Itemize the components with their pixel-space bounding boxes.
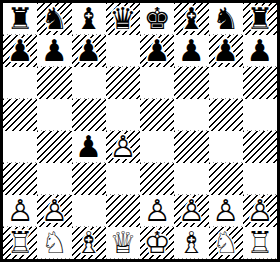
piece-body: ♟ (243, 35, 277, 67)
square-b1[interactable]: ♞♘ (37, 227, 71, 259)
black-bishop[interactable]: ♝ (72, 3, 106, 35)
square-c7[interactable]: ♟ (72, 35, 106, 67)
piece-body: ♟ (140, 35, 174, 67)
black-pawn[interactable]: ♟ (140, 35, 174, 67)
piece-outline: ♘ (37, 227, 71, 259)
square-a6[interactable] (3, 67, 37, 99)
piece-outline: ♔ (140, 227, 174, 259)
square-d2[interactable] (106, 195, 140, 227)
white-pawn[interactable]: ♟♙ (243, 195, 277, 227)
square-b8[interactable]: ♞ (37, 3, 71, 35)
square-e7[interactable]: ♟ (140, 35, 174, 67)
black-rook[interactable]: ♜ (3, 3, 37, 35)
piece-outline: ♙ (3, 195, 37, 227)
square-f1[interactable]: ♝♗ (174, 227, 208, 259)
piece-outline: ♙ (37, 195, 71, 227)
black-pawn[interactable]: ♟ (174, 35, 208, 67)
square-c2[interactable] (72, 195, 106, 227)
white-pawn[interactable]: ♟♙ (3, 195, 37, 227)
square-h3[interactable] (243, 163, 277, 195)
square-b3[interactable] (37, 163, 71, 195)
square-e5[interactable] (140, 99, 174, 131)
black-pawn[interactable]: ♟ (3, 35, 37, 67)
square-g7[interactable]: ♟ (209, 35, 243, 67)
chess-diagram: ♜♞♝♛♚♝♞♜♟♟♟♟♟♟♟♟♟♙♟♙♟♙♟♙♟♙♟♙♟♙♜♖♞♘♝♗♛♕♚♔… (0, 0, 280, 262)
square-c6[interactable] (72, 67, 106, 99)
square-f7[interactable]: ♟ (174, 35, 208, 67)
piece-outline: ♙ (140, 195, 174, 227)
white-pawn[interactable]: ♟♙ (209, 195, 243, 227)
black-pawn[interactable]: ♟ (37, 35, 71, 67)
square-g1[interactable]: ♞♘ (209, 227, 243, 259)
white-bishop[interactable]: ♝♗ (72, 227, 106, 259)
square-e3[interactable] (140, 163, 174, 195)
square-h1[interactable]: ♜♖ (243, 227, 277, 259)
piece-outline: ♙ (174, 195, 208, 227)
piece-outline: ♖ (3, 227, 37, 259)
piece-body: ♜ (243, 3, 277, 35)
square-e8[interactable]: ♚ (140, 3, 174, 35)
piece-body: ♟ (174, 35, 208, 67)
black-pawn[interactable]: ♟ (243, 35, 277, 67)
piece-body: ♜ (3, 3, 37, 35)
black-bishop[interactable]: ♝ (174, 3, 208, 35)
white-pawn[interactable]: ♟♙ (37, 195, 71, 227)
piece-outline: ♘ (209, 227, 243, 259)
square-a3[interactable] (3, 163, 37, 195)
square-e6[interactable] (140, 67, 174, 99)
piece-outline: ♙ (243, 195, 277, 227)
square-a2[interactable]: ♟♙ (3, 195, 37, 227)
square-f3[interactable] (174, 163, 208, 195)
square-c8[interactable]: ♝ (72, 3, 106, 35)
piece-outline: ♙ (106, 131, 140, 163)
square-d7[interactable] (106, 35, 140, 67)
square-f8[interactable]: ♝ (174, 3, 208, 35)
square-c1[interactable]: ♝♗ (72, 227, 106, 259)
piece-body: ♟ (3, 35, 37, 67)
square-h5[interactable] (243, 99, 277, 131)
white-rook[interactable]: ♜♖ (243, 227, 277, 259)
square-a8[interactable]: ♜ (3, 3, 37, 35)
black-pawn[interactable]: ♟ (72, 131, 106, 163)
white-pawn[interactable]: ♟♙ (140, 195, 174, 227)
piece-body: ♟ (209, 35, 243, 67)
square-f5[interactable] (174, 99, 208, 131)
square-a5[interactable] (3, 99, 37, 131)
square-g3[interactable] (209, 163, 243, 195)
square-e4[interactable] (140, 131, 174, 163)
square-h8[interactable]: ♜ (243, 3, 277, 35)
white-pawn[interactable]: ♟♙ (106, 131, 140, 163)
square-c4[interactable]: ♟ (72, 131, 106, 163)
square-b6[interactable] (37, 67, 71, 99)
black-knight[interactable]: ♞ (37, 3, 71, 35)
square-h2[interactable]: ♟♙ (243, 195, 277, 227)
white-bishop[interactable]: ♝♗ (174, 227, 208, 259)
square-h7[interactable]: ♟ (243, 35, 277, 67)
white-knight[interactable]: ♞♘ (209, 227, 243, 259)
black-pawn[interactable]: ♟ (209, 35, 243, 67)
piece-outline: ♖ (243, 227, 277, 259)
square-g5[interactable] (209, 99, 243, 131)
square-d4[interactable]: ♟♙ (106, 131, 140, 163)
piece-outline: ♗ (72, 227, 106, 259)
square-a7[interactable]: ♟ (3, 35, 37, 67)
square-g2[interactable]: ♟♙ (209, 195, 243, 227)
black-knight[interactable]: ♞ (209, 3, 243, 35)
piece-body: ♚ (140, 3, 174, 35)
square-d8[interactable]: ♛ (106, 3, 140, 35)
square-c3[interactable] (72, 163, 106, 195)
square-b5[interactable] (37, 99, 71, 131)
white-queen[interactable]: ♛♕ (106, 227, 140, 259)
square-f4[interactable] (174, 131, 208, 163)
square-d1[interactable]: ♛♕ (106, 227, 140, 259)
square-h6[interactable] (243, 67, 277, 99)
square-e1[interactable]: ♚♔ (140, 227, 174, 259)
piece-body: ♞ (37, 3, 71, 35)
square-g8[interactable]: ♞ (209, 3, 243, 35)
square-a1[interactable]: ♜♖ (3, 227, 37, 259)
black-king[interactable]: ♚ (140, 3, 174, 35)
square-e2[interactable]: ♟♙ (140, 195, 174, 227)
square-h4[interactable] (243, 131, 277, 163)
chess-board: ♜♞♝♛♚♝♞♜♟♟♟♟♟♟♟♟♟♙♟♙♟♙♟♙♟♙♟♙♟♙♜♖♞♘♝♗♛♕♚♔… (0, 0, 280, 262)
square-b7[interactable]: ♟ (37, 35, 71, 67)
square-d5[interactable] (106, 99, 140, 131)
black-rook[interactable]: ♜ (243, 3, 277, 35)
square-b2[interactable]: ♟♙ (37, 195, 71, 227)
square-g4[interactable] (209, 131, 243, 163)
piece-body: ♟ (37, 35, 71, 67)
piece-body: ♟ (72, 35, 106, 67)
black-pawn[interactable]: ♟ (72, 35, 106, 67)
piece-body: ♝ (72, 3, 106, 35)
piece-body: ♝ (174, 3, 208, 35)
square-a4[interactable] (3, 131, 37, 163)
square-b4[interactable] (37, 131, 71, 163)
piece-body: ♛ (106, 3, 140, 35)
white-rook[interactable]: ♜♖ (3, 227, 37, 259)
white-knight[interactable]: ♞♘ (37, 227, 71, 259)
piece-body: ♞ (209, 3, 243, 35)
square-d6[interactable] (106, 67, 140, 99)
white-pawn[interactable]: ♟♙ (174, 195, 208, 227)
white-king[interactable]: ♚♔ (140, 227, 174, 259)
piece-outline: ♕ (106, 227, 140, 259)
square-g6[interactable] (209, 67, 243, 99)
piece-outline: ♙ (209, 195, 243, 227)
piece-body: ♟ (72, 131, 106, 163)
square-d3[interactable] (106, 163, 140, 195)
square-f6[interactable] (174, 67, 208, 99)
piece-outline: ♗ (174, 227, 208, 259)
black-queen[interactable]: ♛ (106, 3, 140, 35)
square-c5[interactable] (72, 99, 106, 131)
square-f2[interactable]: ♟♙ (174, 195, 208, 227)
